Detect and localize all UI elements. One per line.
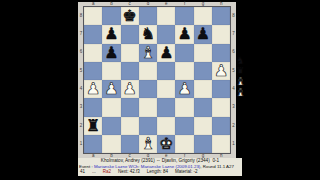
white-bishop: ♝ [141, 45, 155, 61]
rank-label-4: 4 [79, 80, 84, 98]
black-pawn: ♟ [104, 26, 118, 42]
square-d7: ♞ [139, 25, 157, 43]
square-c5 [121, 62, 139, 80]
last-move: Ra2 [103, 169, 111, 175]
square-e2 [157, 117, 175, 135]
square-d2 [139, 117, 157, 135]
square-f7: ♟ [175, 25, 193, 43]
move-status-line: 41...Ra2Next: 42.f3Length: 84Material: -… [78, 169, 242, 175]
square-d3 [139, 98, 157, 116]
tray-black-knight: ♞ [236, 55, 245, 66]
square-d8 [139, 7, 157, 25]
black-pawn: ♟ [196, 26, 210, 42]
square-d4 [139, 80, 157, 98]
square-d1: ♝ [139, 135, 157, 153]
square-g7: ♟ [194, 25, 212, 43]
square-c8: ♚ [121, 7, 139, 25]
square-a1 [84, 135, 102, 153]
tray-white-bishop: ♝ [236, 76, 245, 87]
square-c4: ♟ [121, 80, 139, 98]
rank-label-3: 3 [79, 98, 84, 116]
square-g3 [194, 98, 212, 116]
black-player-name: Djavlin, Grigoriy (2344) [162, 158, 210, 163]
rank-label-6: 6 [79, 44, 84, 62]
square-e4 [157, 80, 175, 98]
square-f5 [175, 62, 193, 80]
tray-white-bishop: ♝ [236, 87, 245, 98]
square-c3 [121, 98, 139, 116]
chess-board: ♚♟♞♟♟♟♝♟♟♟♟♟♟♜♝♚ [84, 7, 230, 153]
square-h5: ♟ [212, 62, 230, 80]
move-dots: ... [92, 169, 96, 175]
square-b8 [102, 7, 120, 25]
square-h3 [212, 98, 230, 116]
square-b5 [102, 62, 120, 80]
square-a7 [84, 25, 102, 43]
square-g4 [194, 80, 212, 98]
white-pawn: ♟ [104, 81, 118, 97]
material-count: Material: -2 [175, 169, 198, 175]
square-a5 [84, 62, 102, 80]
white-pawn: ♟ [177, 81, 191, 97]
square-e5 [157, 62, 175, 80]
square-h1 [212, 135, 230, 153]
square-b3 [102, 98, 120, 116]
square-b6: ♟ [102, 44, 120, 62]
black-pawn: ♟ [177, 26, 191, 42]
square-a8 [84, 7, 102, 25]
white-player-name: Kholmatov, Andrey (2391) [101, 158, 155, 163]
square-e6: ♟ [157, 44, 175, 62]
square-c2 [121, 117, 139, 135]
black-knight: ♞ [141, 26, 155, 42]
square-d6: ♝ [139, 44, 157, 62]
square-g6 [194, 44, 212, 62]
square-a3 [84, 98, 102, 116]
black-pawn: ♟ [104, 45, 118, 61]
rank-label-2: 2 [231, 117, 236, 135]
rank-label-5: 5 [79, 62, 84, 80]
game-caption-panel: Kholmatov, Andrey (2391)--Djavlin, Grigo… [78, 158, 242, 176]
rank-label-7: 7 [79, 25, 84, 43]
square-h4 [212, 80, 230, 98]
square-g8 [194, 7, 212, 25]
game-length: Length: 84 [147, 169, 168, 175]
square-h8 [212, 7, 230, 25]
square-c1 [121, 135, 139, 153]
game-result: 0-1 [212, 158, 219, 163]
white-pawn: ♟ [123, 81, 137, 97]
black-rook: ♜ [86, 118, 100, 134]
square-a6 [84, 44, 102, 62]
next-move: Next: 42.f3 [118, 169, 140, 175]
rank-label-8: 8 [231, 7, 236, 25]
rank-labels-left: 87654321 [79, 7, 84, 153]
square-f6 [175, 44, 193, 62]
square-b4: ♟ [102, 80, 120, 98]
square-a2: ♜ [84, 117, 102, 135]
black-king: ♚ [123, 8, 137, 24]
rank-label-8: 8 [79, 7, 84, 25]
square-f1 [175, 135, 193, 153]
rank-label-7: 7 [231, 25, 236, 43]
square-b7: ♟ [102, 25, 120, 43]
square-f4: ♟ [175, 80, 193, 98]
square-c6 [121, 44, 139, 62]
video-frame: abcdefgh abcdefgh 87654321 87654321 ♚♟♞♟… [0, 0, 320, 180]
rank-label-3: 3 [231, 98, 236, 116]
square-h6 [212, 44, 230, 62]
square-e7 [157, 25, 175, 43]
square-d5 [139, 62, 157, 80]
square-b2 [102, 117, 120, 135]
players-separator: -- [155, 158, 162, 163]
square-b1 [102, 135, 120, 153]
rank-label-1: 1 [231, 135, 236, 153]
square-g5 [194, 62, 212, 80]
square-e8 [157, 7, 175, 25]
square-e1: ♚ [157, 135, 175, 153]
square-g2 [194, 117, 212, 135]
white-pawn: ♟ [86, 81, 100, 97]
square-c7 [121, 25, 139, 43]
white-bishop: ♝ [141, 136, 155, 152]
material-tray: ♞♜♝♝ [235, 55, 246, 97]
square-a4: ♟ [84, 80, 102, 98]
rank-label-2: 2 [79, 117, 84, 135]
square-e3 [157, 98, 175, 116]
square-f2 [175, 117, 193, 135]
square-f8 [175, 7, 193, 25]
square-h7 [212, 25, 230, 43]
black-pawn: ♟ [159, 45, 173, 61]
white-pawn: ♟ [214, 63, 228, 79]
round-info: , Round 11.1 A27 [200, 164, 234, 169]
square-h2 [212, 117, 230, 135]
rank-label-1: 1 [79, 135, 84, 153]
square-g1 [194, 135, 212, 153]
move-number: 41 [80, 169, 85, 175]
square-f3 [175, 98, 193, 116]
white-king: ♚ [159, 136, 173, 152]
